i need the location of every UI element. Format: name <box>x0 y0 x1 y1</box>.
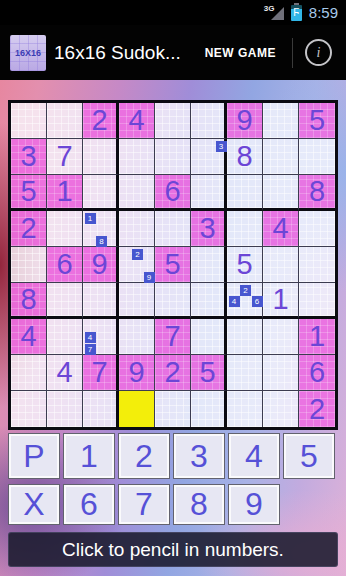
cell-r9c3[interactable] <box>83 391 119 427</box>
cell-r7c2[interactable] <box>47 319 83 355</box>
cell-r6c7[interactable]: 246 <box>227 283 263 319</box>
cell-r4c7[interactable] <box>227 211 263 247</box>
number-keypad: P12345X6789 <box>8 433 338 530</box>
cell-r3c8[interactable] <box>263 175 299 211</box>
cell-r5c2[interactable]: 6 <box>47 247 83 283</box>
digit-4-button[interactable]: 4 <box>228 433 280 479</box>
cell-r9c5[interactable] <box>155 391 191 427</box>
cell-r4c1[interactable]: 2 <box>11 211 47 247</box>
cell-r3c9[interactable]: 8 <box>299 175 335 211</box>
cell-r9c2[interactable] <box>47 391 83 427</box>
cell-r9c6[interactable] <box>191 391 227 427</box>
cell-r2c7[interactable]: 8 <box>227 139 263 175</box>
clock: 8:59 <box>309 4 338 21</box>
cell-r9c8[interactable] <box>263 391 299 427</box>
cell-r8c8[interactable] <box>263 355 299 391</box>
status-bar: 3G Ϝ 8:59 <box>0 0 346 25</box>
cell-r7c9[interactable]: 1 <box>299 319 335 355</box>
cell-r8c9[interactable]: 6 <box>299 355 335 391</box>
cell-r8c4[interactable]: 9 <box>119 355 155 391</box>
cell-r7c7[interactable] <box>227 319 263 355</box>
cell-r8c3[interactable]: 7 <box>83 355 119 391</box>
cell-r9c4[interactable] <box>119 391 155 427</box>
toast-message: Click to pencil in numbers. <box>8 532 338 567</box>
new-game-button[interactable]: NEW GAME <box>193 36 288 70</box>
digit-5-button[interactable]: 5 <box>283 433 335 479</box>
actionbar-separator <box>292 38 293 68</box>
cell-r6c5[interactable] <box>155 283 191 319</box>
cell-r1c2[interactable] <box>47 103 83 139</box>
cell-r9c9[interactable]: 2 <box>299 391 335 427</box>
cell-r6c6[interactable] <box>191 283 227 319</box>
keypad-row-2: X6789 <box>8 484 338 525</box>
cell-r1c1[interactable] <box>11 103 47 139</box>
digit-7-button[interactable]: 7 <box>118 484 170 525</box>
cell-r8c5[interactable]: 2 <box>155 355 191 391</box>
cell-r6c9[interactable] <box>299 283 335 319</box>
cell-r7c3[interactable]: 47 <box>83 319 119 355</box>
cell-r4c2[interactable] <box>47 211 83 247</box>
cell-r1c9[interactable]: 5 <box>299 103 335 139</box>
app-icon: 16X16 <box>10 35 46 71</box>
cell-r5c6[interactable] <box>191 247 227 283</box>
cell-r2c3[interactable] <box>83 139 119 175</box>
app-icon-label: 16X16 <box>15 48 41 58</box>
cell-r5c5[interactable]: 5 <box>155 247 191 283</box>
cell-r6c8[interactable]: 1 <box>263 283 299 319</box>
cell-r3c2[interactable]: 1 <box>47 175 83 211</box>
cell-r1c6[interactable] <box>191 103 227 139</box>
keypad-row-1: P12345 <box>8 433 338 479</box>
cell-r6c4[interactable] <box>119 283 155 319</box>
cell-r4c6[interactable]: 3 <box>191 211 227 247</box>
cell-r2c5[interactable] <box>155 139 191 175</box>
cell-r2c4[interactable] <box>119 139 155 175</box>
cell-r2c8[interactable] <box>263 139 299 175</box>
cell-r4c5[interactable] <box>155 211 191 247</box>
cell-r3c6[interactable] <box>191 175 227 211</box>
pencil-mark-9: 9 <box>144 272 155 283</box>
cell-r7c4[interactable] <box>119 319 155 355</box>
cell-r6c1[interactable]: 8 <box>11 283 47 319</box>
erase-button[interactable]: X <box>8 484 60 525</box>
app-title: 16x16 Sudok... <box>54 42 181 64</box>
cell-r8c2[interactable]: 4 <box>47 355 83 391</box>
signal-strength-icon: 3G <box>268 5 284 21</box>
cell-r1c8[interactable] <box>263 103 299 139</box>
cell-r4c9[interactable] <box>299 211 335 247</box>
cell-r5c1[interactable] <box>11 247 47 283</box>
battery-charging-icon: Ϝ <box>291 5 302 21</box>
cell-r2c1[interactable]: 3 <box>11 139 47 175</box>
pencil-mark-4: 4 <box>85 332 96 343</box>
digit-2-button[interactable]: 2 <box>118 433 170 479</box>
cell-r6c2[interactable] <box>47 283 83 319</box>
sudoku-board: 2495373851682183469295582461447714792562 <box>8 100 338 430</box>
cell-r5c3[interactable]: 9 <box>83 247 119 283</box>
cell-r7c6[interactable] <box>191 319 227 355</box>
cell-r2c6[interactable]: 3 <box>191 139 227 175</box>
cell-r5c9[interactable] <box>299 247 335 283</box>
lightning-bolt-icon: Ϝ <box>293 8 299 18</box>
cell-r7c1[interactable]: 4 <box>11 319 47 355</box>
cell-r9c1[interactable] <box>11 391 47 427</box>
cell-r7c8[interactable] <box>263 319 299 355</box>
cell-r9c7[interactable] <box>227 391 263 427</box>
cell-r1c3[interactable]: 2 <box>83 103 119 139</box>
pencil-mark-6: 6 <box>252 296 263 307</box>
cell-r2c9[interactable] <box>299 139 335 175</box>
cell-r8c7[interactable] <box>227 355 263 391</box>
pencil-mark-1: 1 <box>85 213 96 224</box>
cell-r3c7[interactable] <box>227 175 263 211</box>
info-icon: i <box>317 45 321 61</box>
cell-r6c3[interactable] <box>83 283 119 319</box>
cell-r8c6[interactable]: 5 <box>191 355 227 391</box>
cell-r1c4[interactable]: 4 <box>119 103 155 139</box>
digit-6-button[interactable]: 6 <box>63 484 115 525</box>
cell-r3c1[interactable]: 5 <box>11 175 47 211</box>
cell-r2c2[interactable]: 7 <box>47 139 83 175</box>
cell-r1c7[interactable]: 9 <box>227 103 263 139</box>
pencil-mark-2: 2 <box>240 285 251 296</box>
pencil-mark-7: 7 <box>85 344 96 355</box>
cell-r1c5[interactable] <box>155 103 191 139</box>
pencil-mark-2: 2 <box>132 249 143 260</box>
cell-r5c8[interactable] <box>263 247 299 283</box>
cell-r3c3[interactable] <box>83 175 119 211</box>
info-button[interactable]: i <box>305 39 332 66</box>
cell-r4c3[interactable]: 18 <box>83 211 119 247</box>
cell-r3c4[interactable] <box>119 175 155 211</box>
cell-r4c4[interactable] <box>119 211 155 247</box>
digit-8-button[interactable]: 8 <box>173 484 225 525</box>
digit-9-button[interactable]: 9 <box>228 484 280 525</box>
digit-3-button[interactable]: 3 <box>173 433 225 479</box>
pencil-mark-3: 3 <box>216 141 227 152</box>
cell-r8c1[interactable] <box>11 355 47 391</box>
pencil-mark-8: 8 <box>96 236 107 247</box>
phone-screen: 3G Ϝ 8:59 16X16 16x16 Sudok... NEW GAME … <box>0 0 346 576</box>
digit-1-button[interactable]: 1 <box>63 433 115 479</box>
cell-r5c7[interactable]: 5 <box>227 247 263 283</box>
cell-r4c8[interactable]: 4 <box>263 211 299 247</box>
pencil-mark-4: 4 <box>229 296 240 307</box>
cell-r5c4[interactable]: 29 <box>119 247 155 283</box>
cell-r7c5[interactable]: 7 <box>155 319 191 355</box>
pencil-mode-button[interactable]: P <box>8 433 60 479</box>
cell-r3c5[interactable]: 6 <box>155 175 191 211</box>
action-bar: 16X16 16x16 Sudok... NEW GAME i <box>0 25 346 80</box>
